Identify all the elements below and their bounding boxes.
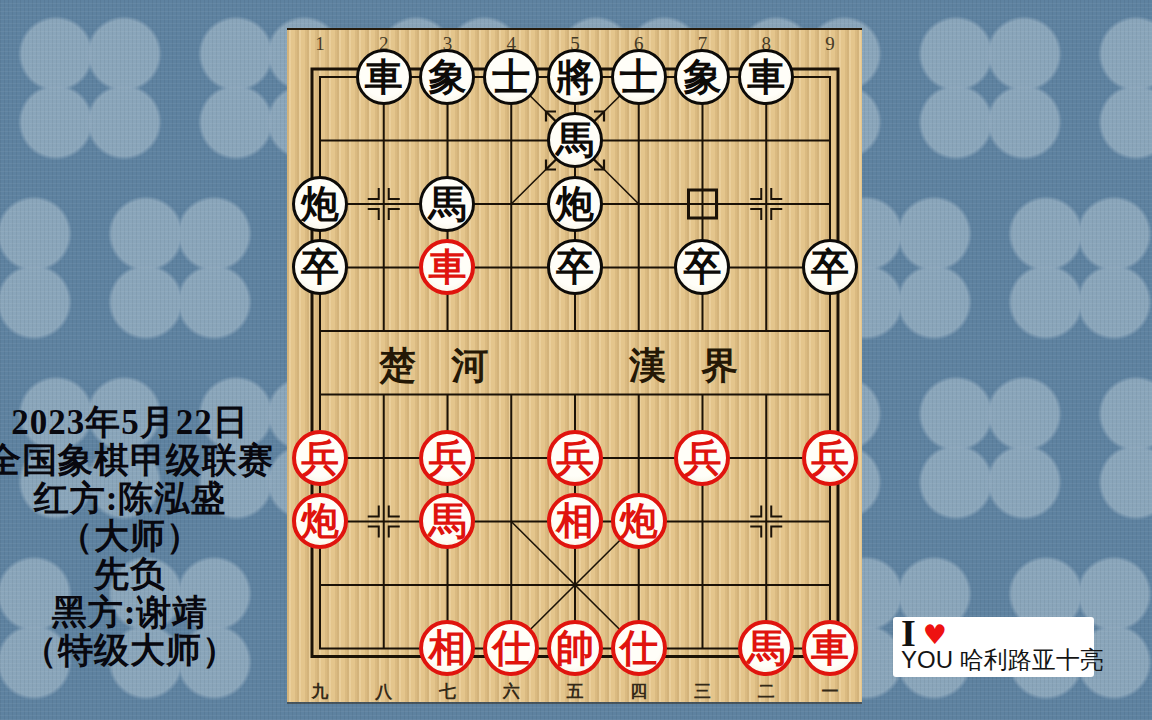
file-label-bottom: 一 xyxy=(798,680,862,703)
piece-red-pawn: 兵 xyxy=(419,430,475,486)
piece-red-horse: 馬 xyxy=(419,493,475,549)
watermark-line1: I♥ xyxy=(901,618,1086,649)
caption-black-title: （特级大师） xyxy=(0,632,322,670)
piece-black-horse: 馬 xyxy=(419,176,475,232)
piece-red-elephant: 相 xyxy=(547,493,603,549)
piece-red-chariot: 車 xyxy=(802,620,858,676)
piece-red-horse: 馬 xyxy=(738,620,794,676)
video-frame: { "game": "xiangqi", "position": { "fen"… xyxy=(0,0,1152,720)
piece-black-cannon: 炮 xyxy=(547,176,603,232)
caption-date: 2023年5月22日 xyxy=(0,404,322,442)
watermark: I♥ YOU 哈利路亚十亮 xyxy=(893,617,1094,677)
piece-red-chariot: 車 xyxy=(419,239,475,295)
file-label-bottom: 四 xyxy=(607,680,671,703)
file-label-bottom: 二 xyxy=(734,680,798,703)
piece-black-elephant: 象 xyxy=(419,49,475,105)
piece-red-pawn: 兵 xyxy=(674,430,730,486)
piece-red-cannon: 炮 xyxy=(611,493,667,549)
piece-red-pawn: 兵 xyxy=(292,430,348,486)
piece-black-general: 將 xyxy=(547,49,603,105)
file-label-bottom: 八 xyxy=(352,680,416,703)
piece-black-pawn: 卒 xyxy=(547,239,603,295)
file-label-bottom: 三 xyxy=(671,680,735,703)
piece-red-cannon: 炮 xyxy=(292,493,348,549)
caption-red-player: 红方:陈泓盛 xyxy=(0,480,322,518)
piece-red-pawn: 兵 xyxy=(547,430,603,486)
piece-black-chariot: 車 xyxy=(738,49,794,105)
xiangqi-board: 123456789 楚 河 漢 界 車象士將士象車馬炮馬炮卒車卒卒卒兵兵兵兵兵炮… xyxy=(287,28,862,702)
game-caption: 2023年5月22日 全国象棋甲级联赛 红方:陈泓盛 （大师） 先负 黑方:谢靖… xyxy=(0,404,322,670)
piece-black-elephant: 象 xyxy=(674,49,730,105)
piece-black-cannon: 炮 xyxy=(292,176,348,232)
piece-black-pawn: 卒 xyxy=(674,239,730,295)
file-label-bottom: 六 xyxy=(479,680,543,703)
piece-red-general: 帥 xyxy=(547,620,603,676)
piece-red-pawn: 兵 xyxy=(802,430,858,486)
caption-event: 全国象棋甲级联赛 xyxy=(0,442,322,480)
caption-black-player: 黑方:谢靖 xyxy=(0,594,322,632)
piece-black-horse: 馬 xyxy=(547,112,603,168)
piece-black-advisor: 士 xyxy=(611,49,667,105)
piece-layer: 車象士將士象車馬炮馬炮卒車卒卒卒兵兵兵兵兵炮馬相炮相仕帥仕馬車 xyxy=(288,45,862,680)
piece-black-pawn: 卒 xyxy=(292,239,348,295)
piece-red-advisor: 仕 xyxy=(483,620,539,676)
file-label-bottom: 九 xyxy=(288,680,352,703)
caption-result: 先负 xyxy=(0,556,322,594)
piece-black-chariot: 車 xyxy=(356,49,412,105)
caption-red-title: （大师） xyxy=(0,518,322,556)
piece-black-pawn: 卒 xyxy=(802,239,858,295)
file-label-bottom: 五 xyxy=(543,680,607,703)
watermark-text: YOU 哈利路亚十亮 xyxy=(901,647,1086,673)
piece-red-advisor: 仕 xyxy=(611,620,667,676)
file-labels-bottom: 九八七六五四三二一 xyxy=(288,680,862,703)
file-label-bottom: 七 xyxy=(416,680,480,703)
piece-red-elephant: 相 xyxy=(419,620,475,676)
piece-black-advisor: 士 xyxy=(483,49,539,105)
